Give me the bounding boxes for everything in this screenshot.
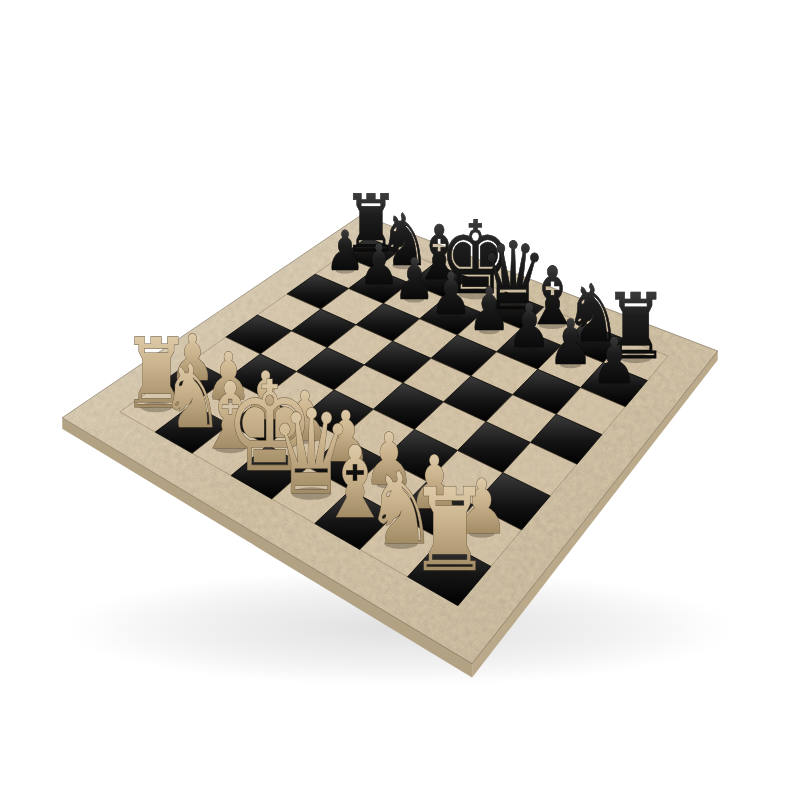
piece-black-pawn-d7[interactable]: ♟ <box>430 260 472 328</box>
piece-white-rook-h1[interactable]: ♜ <box>409 464 491 597</box>
piece-black-pawn-c7[interactable]: ♟ <box>394 246 435 312</box>
product-photo-stage: ♜♞♟♝♟♚♟♛♟♝♟♞♟♜♟♟♟♟♜♟♞♟♝♟♚♟♛♟♝♟♞♜ <box>0 0 800 800</box>
piece-black-pawn-g7[interactable]: ♟ <box>548 307 593 379</box>
piece-black-pawn-f7[interactable]: ♟ <box>507 291 551 362</box>
piece-black-pawn-h7[interactable]: ♟ <box>591 323 637 398</box>
piece-black-pawn-e7[interactable]: ♟ <box>468 275 511 345</box>
chess-board[interactable]: ♜♞♟♝♟♚♟♛♟♝♟♞♟♜♟♟♟♟♜♟♞♟♝♟♚♟♛♟♝♟♞♜ <box>0 0 800 800</box>
